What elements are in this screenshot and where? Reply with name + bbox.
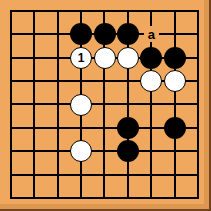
go-board: 1a: [0, 0, 211, 211]
white-stone-1: 1: [70, 47, 92, 69]
stone-move-number: 1: [78, 51, 85, 63]
point-label-a: a: [144, 26, 159, 42]
black-stone: [70, 23, 92, 45]
black-stone: [117, 140, 139, 162]
black-stone: [117, 117, 139, 139]
black-stone: [117, 23, 139, 45]
black-stone: [164, 117, 186, 139]
white-stone: [70, 94, 92, 116]
black-stone: [140, 47, 162, 69]
white-stone: [140, 70, 162, 92]
white-stone: [94, 47, 116, 69]
white-stone: [70, 140, 92, 162]
board-grid: 1a: [0, 0, 210, 210]
white-stone: [164, 70, 186, 92]
white-stone: [117, 47, 139, 69]
black-stone: [164, 47, 186, 69]
black-stone: [94, 23, 116, 45]
